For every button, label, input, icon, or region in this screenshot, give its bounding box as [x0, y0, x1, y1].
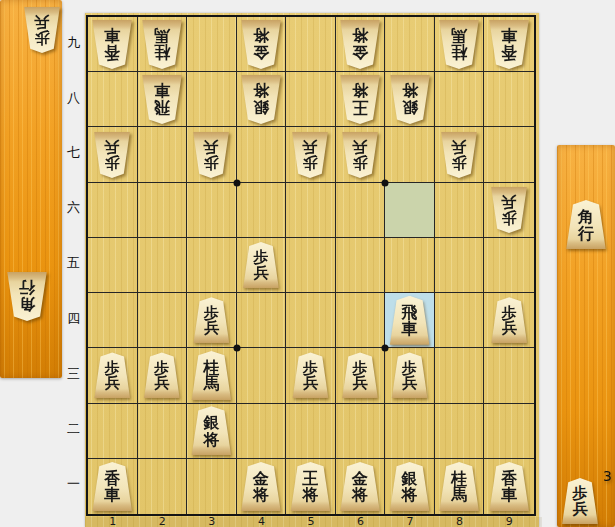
square-7-6[interactable] — [385, 183, 435, 238]
piece-face: 桂 馬 — [190, 351, 232, 400]
piece-kanji: 金 将 — [352, 471, 368, 504]
file-label: 7 — [385, 517, 435, 527]
piece-face: 歩 兵 — [143, 352, 181, 398]
piece-face: 歩 兵 — [561, 478, 599, 524]
square-9-9[interactable]: 香 車 — [484, 17, 534, 72]
piece-kanji: 桂 馬 — [203, 360, 219, 393]
piece-face: 角 行 — [565, 200, 607, 249]
piece-pawn-6-3[interactable]: 歩 兵 — [341, 352, 379, 398]
square-8-8[interactable] — [435, 72, 485, 127]
piece-face: 金 将 — [339, 20, 381, 69]
square-6-9[interactable]: 金 将 — [336, 17, 386, 72]
piece-knight-2-9[interactable]: 桂 馬 — [141, 20, 183, 69]
piece-lance-9-1[interactable]: 香 車 — [488, 462, 530, 511]
piece-face: 銀 将 — [389, 462, 431, 511]
square-2-9[interactable]: 桂 馬 — [138, 17, 188, 72]
piece-kanji: 歩 兵 — [303, 138, 318, 169]
square-3-4[interactable]: 歩 兵 — [187, 293, 237, 348]
square-5-7[interactable]: 歩 兵 — [286, 127, 336, 182]
piece-kanji: 歩 兵 — [502, 193, 517, 224]
piece-kanji: 歩 兵 — [573, 486, 588, 517]
piece-pawn-3-4[interactable]: 歩 兵 — [192, 297, 230, 343]
square-5-4[interactable] — [286, 293, 336, 348]
piece-face: 歩 兵 — [490, 187, 528, 233]
square-2-1[interactable] — [138, 459, 188, 514]
piece-kanji: 桂 馬 — [154, 26, 170, 59]
square-3-6[interactable] — [187, 183, 237, 238]
square-3-2[interactable]: 銀 将 — [187, 404, 237, 459]
square-8-3[interactable] — [435, 348, 485, 403]
star-point — [233, 345, 240, 352]
piece-pawn-9-4[interactable]: 歩 兵 — [490, 297, 528, 343]
square-8-7[interactable]: 歩 兵 — [435, 127, 485, 182]
piece-kanji: 歩 兵 — [303, 361, 318, 392]
square-7-7[interactable] — [385, 127, 435, 182]
square-4-2[interactable] — [237, 404, 287, 459]
rank-label: 七 — [62, 125, 85, 180]
star-point — [382, 179, 389, 186]
rank-label: 二 — [62, 402, 85, 457]
piece-kanji: 香 車 — [501, 26, 517, 59]
piece-lance-9-9[interactable]: 香 車 — [488, 20, 530, 69]
square-6-3[interactable]: 歩 兵 — [336, 348, 386, 403]
square-5-8[interactable] — [286, 72, 336, 127]
square-5-2[interactable] — [286, 404, 336, 459]
piece-silver-7-8[interactable]: 銀 将 — [389, 75, 431, 124]
piece-lance-1-1[interactable]: 香 車 — [91, 462, 133, 511]
piece-pawn-3-7[interactable]: 歩 兵 — [192, 132, 230, 178]
square-9-7[interactable] — [484, 127, 534, 182]
square-8-9[interactable]: 桂 馬 — [435, 17, 485, 72]
file-label: 1 — [88, 517, 138, 527]
shogi-app: 歩 兵角 行 九八七六五四三二一 香 車桂 馬金 将金 将桂 馬香 車飛 車銀 … — [0, 0, 615, 527]
shogi-board: 香 車桂 馬金 将金 将桂 馬香 車飛 車銀 将王 将銀 将歩 兵歩 兵歩 兵歩… — [85, 13, 539, 527]
piece-kanji: 歩 兵 — [402, 361, 417, 392]
piece-face: 歩 兵 — [93, 132, 131, 178]
piece-silver-3-2[interactable]: 銀 将 — [190, 406, 232, 455]
square-7-1[interactable]: 銀 将 — [385, 459, 435, 514]
piece-knight-3-3[interactable]: 桂 馬 — [190, 351, 232, 400]
piece-face: 桂 馬 — [438, 20, 480, 69]
square-1-9[interactable]: 香 車 — [88, 17, 138, 72]
piece-kanji: 歩 兵 — [105, 138, 120, 169]
hand-piece-count: 3 — [603, 468, 612, 484]
square-9-1[interactable]: 香 車 — [484, 459, 534, 514]
square-4-6[interactable] — [237, 183, 287, 238]
piece-kanji: 銀 将 — [253, 82, 269, 115]
piece-face: 銀 将 — [389, 75, 431, 124]
square-3-3[interactable]: 桂 馬 — [187, 348, 237, 403]
rank-label: 三 — [62, 346, 85, 401]
piece-kanji: 銀 将 — [402, 82, 418, 115]
square-2-8[interactable]: 飛 車 — [138, 72, 188, 127]
piece-kanji: 歩 兵 — [353, 361, 368, 392]
square-2-2[interactable] — [138, 404, 188, 459]
piece-kanji: 飛 車 — [402, 305, 418, 338]
piece-face: 歩 兵 — [192, 297, 230, 343]
square-4-1[interactable]: 金 将 — [237, 459, 287, 514]
piece-face: 角 行 — [6, 272, 48, 321]
piece-kanji: 金 将 — [253, 471, 269, 504]
square-2-3[interactable]: 歩 兵 — [138, 348, 188, 403]
piece-silver-7-1[interactable]: 銀 将 — [389, 462, 431, 511]
square-8-6[interactable] — [435, 183, 485, 238]
square-8-1[interactable]: 桂 馬 — [435, 459, 485, 514]
rank-label: 一 — [62, 457, 85, 512]
square-9-6[interactable]: 歩 兵 — [484, 183, 534, 238]
square-3-1[interactable] — [187, 459, 237, 514]
piece-kanji: 歩 兵 — [353, 138, 368, 169]
piece-kanji: 歩 兵 — [35, 13, 50, 44]
square-6-1[interactable]: 金 将 — [336, 459, 386, 514]
piece-king-5-1[interactable]: 王 将 — [289, 462, 331, 511]
piece-pawn-1-3[interactable]: 歩 兵 — [93, 352, 131, 398]
hand-piece-pawn[interactable]: 歩 兵 — [23, 7, 61, 53]
piece-pawn-2-3[interactable]: 歩 兵 — [143, 352, 181, 398]
star-point — [233, 179, 240, 186]
file-labels: 123456789 — [85, 517, 542, 527]
piece-face: 歩 兵 — [23, 7, 61, 53]
piece-kanji: 銀 将 — [203, 415, 219, 448]
piece-rook-2-8[interactable]: 飛 車 — [141, 75, 183, 124]
piece-kanji: 歩 兵 — [502, 306, 517, 337]
square-3-9[interactable] — [187, 17, 237, 72]
piece-face: 歩 兵 — [490, 297, 528, 343]
piece-kanji: 歩 兵 — [204, 306, 219, 337]
piece-kanji: 歩 兵 — [253, 250, 268, 281]
square-6-5[interactable] — [336, 238, 386, 293]
piece-gold-4-1[interactable]: 金 将 — [240, 462, 282, 511]
piece-kanji: 歩 兵 — [452, 138, 467, 169]
piece-kanji: 王 将 — [302, 471, 318, 504]
piece-face: 金 将 — [339, 462, 381, 511]
piece-face: 銀 将 — [240, 75, 282, 124]
piece-face: 桂 馬 — [438, 462, 480, 511]
square-6-8[interactable]: 王 将 — [336, 72, 386, 127]
square-6-6[interactable] — [336, 183, 386, 238]
square-5-9[interactable] — [286, 17, 336, 72]
square-2-4[interactable] — [138, 293, 188, 348]
square-7-2[interactable] — [385, 404, 435, 459]
square-5-5[interactable] — [286, 238, 336, 293]
piece-face: 歩 兵 — [291, 352, 329, 398]
rank-label: 四 — [62, 291, 85, 346]
square-7-4[interactable]: 飛 車 — [385, 293, 435, 348]
hand-piece-pawn[interactable]: 歩 兵3 — [561, 478, 599, 524]
square-6-2[interactable] — [336, 404, 386, 459]
square-7-9[interactable] — [385, 17, 435, 72]
square-1-5[interactable] — [88, 238, 138, 293]
square-1-6[interactable] — [88, 183, 138, 238]
square-5-3[interactable]: 歩 兵 — [286, 348, 336, 403]
hand-piece-bishop[interactable]: 角 行 — [6, 272, 48, 321]
piece-face: 歩 兵 — [341, 352, 379, 398]
piece-face: 歩 兵 — [242, 242, 280, 288]
rank-label: 八 — [62, 70, 85, 125]
piece-face: 王 将 — [289, 462, 331, 511]
square-1-1[interactable]: 香 車 — [88, 459, 138, 514]
square-3-8[interactable] — [187, 72, 237, 127]
square-7-3[interactable]: 歩 兵 — [385, 348, 435, 403]
piece-kanji: 角 行 — [578, 209, 594, 242]
square-5-6[interactable] — [286, 183, 336, 238]
square-9-3[interactable] — [484, 348, 534, 403]
file-label: 8 — [435, 517, 485, 527]
piece-face: 飛 車 — [141, 75, 183, 124]
piece-face: 金 将 — [240, 20, 282, 69]
piece-kanji: 金 将 — [352, 26, 368, 59]
square-9-4[interactable]: 歩 兵 — [484, 293, 534, 348]
piece-kanji: 金 将 — [253, 26, 269, 59]
file-label: 3 — [187, 517, 237, 527]
piece-face: 銀 将 — [190, 406, 232, 455]
piece-knight-8-9[interactable]: 桂 馬 — [438, 20, 480, 69]
piece-kanji: 歩 兵 — [204, 138, 219, 169]
square-2-6[interactable] — [138, 183, 188, 238]
piece-face: 香 車 — [91, 462, 133, 511]
piece-kanji: 香 車 — [501, 471, 517, 504]
square-1-8[interactable] — [88, 72, 138, 127]
board-grid: 香 車桂 馬金 将金 将桂 馬香 車飛 車銀 将王 将銀 将歩 兵歩 兵歩 兵歩… — [86, 15, 536, 516]
square-1-4[interactable] — [88, 293, 138, 348]
piece-pawn-9-6[interactable]: 歩 兵 — [490, 187, 528, 233]
piece-kanji: 香 車 — [104, 26, 120, 59]
piece-king-6-8[interactable]: 王 将 — [339, 75, 381, 124]
piece-face: 香 車 — [91, 20, 133, 69]
square-4-7[interactable] — [237, 127, 287, 182]
square-4-5[interactable]: 歩 兵 — [237, 238, 287, 293]
square-7-8[interactable]: 銀 将 — [385, 72, 435, 127]
square-1-7[interactable]: 歩 兵 — [88, 127, 138, 182]
piece-kanji: 桂 馬 — [451, 26, 467, 59]
piece-pawn-6-7[interactable]: 歩 兵 — [341, 132, 379, 178]
piece-pawn-4-5[interactable]: 歩 兵 — [242, 242, 280, 288]
piece-rook-7-4[interactable]: 飛 車 — [389, 296, 431, 345]
square-8-2[interactable] — [435, 404, 485, 459]
star-point — [382, 345, 389, 352]
square-8-5[interactable] — [435, 238, 485, 293]
file-label: 4 — [237, 517, 287, 527]
piece-gold-6-9[interactable]: 金 将 — [339, 20, 381, 69]
piece-face: 歩 兵 — [440, 132, 478, 178]
square-4-9[interactable]: 金 将 — [237, 17, 287, 72]
piece-lance-1-9[interactable]: 香 車 — [91, 20, 133, 69]
piece-face: 歩 兵 — [192, 132, 230, 178]
square-9-8[interactable] — [484, 72, 534, 127]
square-7-5[interactable] — [385, 238, 435, 293]
piece-face: 王 将 — [339, 75, 381, 124]
square-3-7[interactable]: 歩 兵 — [187, 127, 237, 182]
piece-pawn-1-7[interactable]: 歩 兵 — [93, 132, 131, 178]
square-9-2[interactable] — [484, 404, 534, 459]
piece-face: 飛 車 — [389, 296, 431, 345]
file-label: 2 — [138, 517, 188, 527]
piece-face: 歩 兵 — [291, 132, 329, 178]
rank-label: 五 — [62, 236, 85, 291]
piece-gold-6-1[interactable]: 金 将 — [339, 462, 381, 511]
hand-piece-bishop[interactable]: 角 行 — [565, 200, 607, 249]
piece-kanji: 香 車 — [104, 471, 120, 504]
file-label: 9 — [484, 517, 534, 527]
piece-kanji: 銀 将 — [402, 471, 418, 504]
piece-kanji: 王 将 — [352, 82, 368, 115]
piece-face: 歩 兵 — [391, 352, 429, 398]
piece-kanji: 角 行 — [19, 279, 35, 312]
square-9-5[interactable] — [484, 238, 534, 293]
piece-face: 桂 馬 — [141, 20, 183, 69]
square-3-5[interactable] — [187, 238, 237, 293]
square-4-4[interactable] — [237, 293, 287, 348]
square-2-7[interactable] — [138, 127, 188, 182]
piece-kanji: 飛 車 — [154, 82, 170, 115]
piece-pawn-5-7[interactable]: 歩 兵 — [291, 132, 329, 178]
player-hand-tray: 角 行歩 兵3 — [557, 145, 615, 527]
square-1-3[interactable]: 歩 兵 — [88, 348, 138, 403]
rank-labels: 九八七六五四三二一 — [62, 15, 85, 512]
file-label: 5 — [286, 517, 336, 527]
piece-face: 香 車 — [488, 20, 530, 69]
piece-kanji: 歩 兵 — [154, 361, 169, 392]
rank-label: 九 — [62, 15, 85, 70]
square-5-1[interactable]: 王 将 — [286, 459, 336, 514]
piece-face: 歩 兵 — [341, 132, 379, 178]
piece-face: 金 将 — [240, 462, 282, 511]
piece-silver-4-8[interactable]: 銀 将 — [240, 75, 282, 124]
piece-gold-4-9[interactable]: 金 将 — [240, 20, 282, 69]
piece-kanji: 歩 兵 — [105, 361, 120, 392]
piece-kanji: 桂 馬 — [451, 471, 467, 504]
square-6-7[interactable]: 歩 兵 — [336, 127, 386, 182]
rank-label: 六 — [62, 181, 85, 236]
file-label: 6 — [336, 517, 386, 527]
piece-face: 香 車 — [488, 462, 530, 511]
piece-pawn-7-3[interactable]: 歩 兵 — [391, 352, 429, 398]
opponent-hand-tray: 歩 兵角 行 — [0, 0, 62, 378]
square-4-8[interactable]: 銀 将 — [237, 72, 287, 127]
piece-knight-8-1[interactable]: 桂 馬 — [438, 462, 480, 511]
square-6-4[interactable] — [336, 293, 386, 348]
square-1-2[interactable] — [88, 404, 138, 459]
piece-pawn-5-3[interactable]: 歩 兵 — [291, 352, 329, 398]
piece-pawn-8-7[interactable]: 歩 兵 — [440, 132, 478, 178]
piece-face: 歩 兵 — [93, 352, 131, 398]
square-2-5[interactable] — [138, 238, 188, 293]
square-8-4[interactable] — [435, 293, 485, 348]
square-4-3[interactable] — [237, 348, 287, 403]
